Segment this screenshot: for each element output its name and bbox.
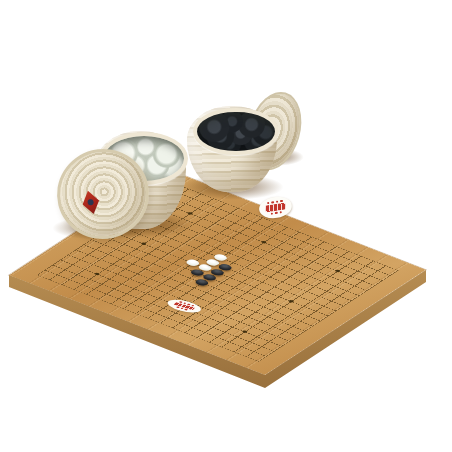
- star-point: [94, 272, 101, 275]
- star-point: [187, 212, 194, 215]
- star-point: [261, 241, 268, 244]
- label-center-dot: [87, 199, 94, 206]
- go-set-product-photo: [0, 0, 452, 452]
- black-stones-heap: [193, 108, 278, 156]
- star-point: [241, 330, 248, 333]
- star-point: [288, 300, 295, 303]
- star-point: [140, 242, 147, 245]
- red-diamond-label: [80, 189, 102, 216]
- star-point: [334, 269, 341, 272]
- sticker-red-text-bottom: [270, 211, 282, 215]
- black-stones-bowl: [187, 106, 277, 192]
